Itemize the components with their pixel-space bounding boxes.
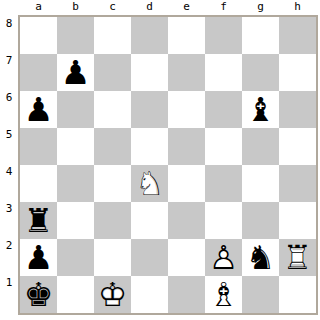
piece-glyph: ♘ [135, 167, 165, 200]
square-g7[interactable] [242, 54, 279, 91]
square-h8[interactable] [279, 17, 316, 54]
square-a1[interactable]: ♚ [20, 276, 57, 313]
square-g5[interactable] [242, 128, 279, 165]
file-label-c: c [94, 0, 131, 15]
square-e2[interactable] [168, 239, 205, 276]
square-f5[interactable] [205, 128, 242, 165]
piece-glyph: ♚ [24, 278, 54, 311]
square-b6[interactable] [57, 91, 94, 128]
piece-glyph: ♙ [209, 241, 239, 274]
square-g1[interactable] [242, 276, 279, 313]
square-c6[interactable] [94, 91, 131, 128]
square-d6[interactable] [131, 91, 168, 128]
piece-glyph: ♝ [246, 93, 276, 126]
file-label-e: e [168, 0, 205, 15]
rank-label-1: 1 [0, 276, 18, 313]
square-d2[interactable] [131, 239, 168, 276]
square-d8[interactable] [131, 17, 168, 54]
square-g8[interactable] [242, 17, 279, 54]
square-b7[interactable]: ♟ [57, 54, 94, 91]
square-a7[interactable] [20, 54, 57, 91]
square-c2[interactable] [94, 239, 131, 276]
piece-glyph: ♟ [61, 56, 91, 89]
piece-black-king: ♚ [24, 278, 54, 311]
square-b4[interactable] [57, 165, 94, 202]
square-h6[interactable] [279, 91, 316, 128]
square-e7[interactable] [168, 54, 205, 91]
piece-glyph: ♖ [283, 241, 313, 274]
file-label-b: b [57, 0, 94, 15]
piece-white-pawn: ♟♙ [209, 241, 239, 274]
square-c1[interactable]: ♚♔ [94, 276, 131, 313]
file-label-d: d [131, 0, 168, 15]
file-label-h: h [279, 0, 316, 15]
square-e3[interactable] [168, 202, 205, 239]
square-a3[interactable]: ♜ [20, 202, 57, 239]
piece-glyph: ♜ [24, 204, 54, 237]
piece-black-pawn: ♟ [24, 93, 54, 126]
square-d4[interactable]: ♞♘ [131, 165, 168, 202]
square-f4[interactable] [205, 165, 242, 202]
square-f2[interactable]: ♟♙ [205, 239, 242, 276]
piece-glyph: ♔ [98, 278, 128, 311]
piece-black-bishop: ♝ [246, 93, 276, 126]
square-h7[interactable] [279, 54, 316, 91]
file-labels: abcdefgh [20, 0, 316, 15]
piece-glyph: ♟ [24, 241, 54, 274]
square-f1[interactable]: ♝♗ [205, 276, 242, 313]
square-h1[interactable] [279, 276, 316, 313]
square-c5[interactable] [94, 128, 131, 165]
board-frame: ♟♟♝♞♘♜♟♟♙♞♜♖♚♚♔♝♗ [18, 15, 318, 315]
square-b5[interactable] [57, 128, 94, 165]
rank-label-2: 2 [0, 239, 18, 276]
rank-labels: 87654321 [0, 17, 18, 313]
piece-black-knight: ♞ [246, 241, 276, 274]
chess-diagram: abcdefgh 87654321 ♟♟♝♞♘♜♟♟♙♞♜♖♚♚♔♝♗ [0, 0, 320, 320]
rank-label-6: 6 [0, 91, 18, 128]
square-g3[interactable] [242, 202, 279, 239]
square-c8[interactable] [94, 17, 131, 54]
square-b3[interactable] [57, 202, 94, 239]
square-g4[interactable] [242, 165, 279, 202]
piece-white-king: ♚♔ [98, 278, 128, 311]
square-g6[interactable]: ♝ [242, 91, 279, 128]
square-g2[interactable]: ♞ [242, 239, 279, 276]
square-e5[interactable] [168, 128, 205, 165]
board: ♟♟♝♞♘♜♟♟♙♞♜♖♚♚♔♝♗ [20, 17, 316, 313]
square-d5[interactable] [131, 128, 168, 165]
square-c4[interactable] [94, 165, 131, 202]
square-a5[interactable] [20, 128, 57, 165]
square-e6[interactable] [168, 91, 205, 128]
piece-glyph: ♟ [24, 93, 54, 126]
square-d7[interactable] [131, 54, 168, 91]
square-e1[interactable] [168, 276, 205, 313]
square-e8[interactable] [168, 17, 205, 54]
square-a4[interactable] [20, 165, 57, 202]
square-d3[interactable] [131, 202, 168, 239]
piece-white-rook: ♜♖ [283, 241, 313, 274]
square-b2[interactable] [57, 239, 94, 276]
piece-glyph: ♗ [209, 278, 239, 311]
square-h2[interactable]: ♜♖ [279, 239, 316, 276]
piece-black-rook: ♜ [24, 204, 54, 237]
square-d1[interactable] [131, 276, 168, 313]
square-f3[interactable] [205, 202, 242, 239]
square-a6[interactable]: ♟ [20, 91, 57, 128]
square-c3[interactable] [94, 202, 131, 239]
square-h5[interactable] [279, 128, 316, 165]
file-label-f: f [205, 0, 242, 15]
square-f8[interactable] [205, 17, 242, 54]
rank-label-7: 7 [0, 54, 18, 91]
square-a8[interactable] [20, 17, 57, 54]
piece-black-pawn: ♟ [24, 241, 54, 274]
square-h4[interactable] [279, 165, 316, 202]
square-h3[interactable] [279, 202, 316, 239]
file-label-a: a [20, 0, 57, 15]
rank-label-3: 3 [0, 202, 18, 239]
square-f7[interactable] [205, 54, 242, 91]
piece-white-bishop: ♝♗ [209, 278, 239, 311]
square-b8[interactable] [57, 17, 94, 54]
square-c7[interactable] [94, 54, 131, 91]
square-f6[interactable] [205, 91, 242, 128]
piece-black-pawn: ♟ [61, 56, 91, 89]
piece-white-knight: ♞♘ [135, 167, 165, 200]
piece-glyph: ♞ [246, 241, 276, 274]
rank-label-8: 8 [0, 17, 18, 54]
rank-label-5: 5 [0, 128, 18, 165]
rank-label-4: 4 [0, 165, 18, 202]
file-label-g: g [242, 0, 279, 15]
square-e4[interactable] [168, 165, 205, 202]
square-a2[interactable]: ♟ [20, 239, 57, 276]
square-b1[interactable] [57, 276, 94, 313]
